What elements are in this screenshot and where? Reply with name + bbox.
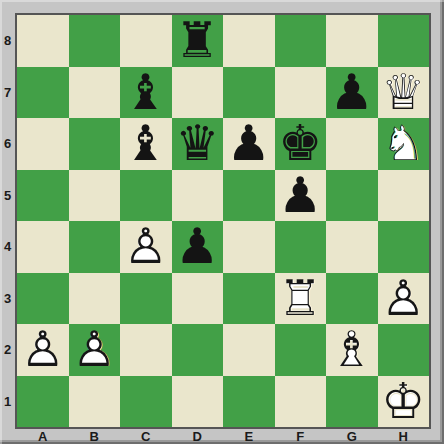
square-g4[interactable] xyxy=(326,221,378,273)
piece-black-rook[interactable]: ♜ xyxy=(172,15,224,67)
square-d3[interactable] xyxy=(172,273,224,325)
piece-black-pawn[interactable]: ♟ xyxy=(172,221,224,273)
piece-black-pawn[interactable]: ♟ xyxy=(275,170,327,222)
piece-black-king[interactable]: ♚ xyxy=(275,118,327,170)
square-a1[interactable] xyxy=(17,376,69,428)
square-h6[interactable]: ♞♘ xyxy=(378,118,430,170)
file-label-g: G xyxy=(326,429,378,444)
file-label-h: H xyxy=(378,429,430,444)
square-c8[interactable] xyxy=(120,15,172,67)
square-a5[interactable] xyxy=(17,170,69,222)
square-c2[interactable] xyxy=(120,324,172,376)
square-a4[interactable] xyxy=(17,221,69,273)
square-g3[interactable] xyxy=(326,273,378,325)
piece-white-king-fill: ♚ xyxy=(378,376,428,426)
rank-label-8: 8 xyxy=(0,15,15,67)
square-e8[interactable] xyxy=(223,15,275,67)
piece-white-pawn[interactable]: ♙ xyxy=(378,273,430,325)
square-d8[interactable]: ♜ xyxy=(172,15,224,67)
rank-label-2: 2 xyxy=(0,324,15,376)
square-g7[interactable]: ♟ xyxy=(326,67,378,119)
piece-white-queen[interactable]: ♕ xyxy=(378,67,430,119)
square-e2[interactable] xyxy=(223,324,275,376)
square-h8[interactable] xyxy=(378,15,430,67)
file-label-b: B xyxy=(69,429,121,444)
rank-label-3: 3 xyxy=(0,273,15,325)
chess-board: ♜♝♟♛♕♝♛♟♚♞♘♟♟♙♟♜♖♟♙♟♙♟♙♝♗♚♔ xyxy=(15,13,431,429)
board-frame: 87654321 ♜♝♟♛♕♝♛♟♚♞♘♟♟♙♟♜♖♟♙♟♙♟♙♝♗♚♔ ABC… xyxy=(0,0,444,444)
piece-black-pawn[interactable]: ♟ xyxy=(223,118,275,170)
square-f5[interactable]: ♟ xyxy=(275,170,327,222)
square-d6[interactable]: ♛ xyxy=(172,118,224,170)
square-e4[interactable] xyxy=(223,221,275,273)
rank-label-4: 4 xyxy=(0,221,15,273)
piece-white-pawn[interactable]: ♙ xyxy=(120,221,172,273)
piece-white-pawn-fill: ♟ xyxy=(378,273,428,323)
piece-white-pawn[interactable]: ♙ xyxy=(17,324,69,376)
file-label-e: E xyxy=(223,429,275,444)
piece-white-knight-fill: ♞ xyxy=(378,119,428,169)
square-e5[interactable] xyxy=(223,170,275,222)
square-a8[interactable] xyxy=(17,15,69,67)
file-label-d: D xyxy=(172,429,224,444)
square-f8[interactable] xyxy=(275,15,327,67)
square-b4[interactable] xyxy=(69,221,121,273)
rank-label-7: 7 xyxy=(0,67,15,119)
piece-white-pawn-fill: ♟ xyxy=(69,325,119,375)
square-b1[interactable] xyxy=(69,376,121,428)
square-h5[interactable] xyxy=(378,170,430,222)
piece-black-bishop[interactable]: ♝ xyxy=(120,67,172,119)
file-label-a: A xyxy=(17,429,69,444)
square-e7[interactable] xyxy=(223,67,275,119)
piece-white-pawn-fill: ♟ xyxy=(18,325,68,375)
square-d1[interactable] xyxy=(172,376,224,428)
rank-label-1: 1 xyxy=(0,376,15,428)
square-d7[interactable] xyxy=(172,67,224,119)
square-g2[interactable]: ♝♗ xyxy=(326,324,378,376)
piece-white-pawn-fill: ♟ xyxy=(121,222,171,272)
square-c3[interactable] xyxy=(120,273,172,325)
square-b7[interactable] xyxy=(69,67,121,119)
square-f3[interactable]: ♜♖ xyxy=(275,273,327,325)
square-g1[interactable] xyxy=(326,376,378,428)
square-a7[interactable] xyxy=(17,67,69,119)
piece-black-bishop[interactable]: ♝ xyxy=(120,118,172,170)
piece-white-king[interactable]: ♔ xyxy=(378,376,430,428)
piece-black-queen[interactable]: ♛ xyxy=(172,118,224,170)
piece-white-queen-fill: ♛ xyxy=(378,67,428,117)
square-b3[interactable] xyxy=(69,273,121,325)
square-f4[interactable] xyxy=(275,221,327,273)
square-b2[interactable]: ♟♙ xyxy=(69,324,121,376)
square-c1[interactable] xyxy=(120,376,172,428)
square-c5[interactable] xyxy=(120,170,172,222)
piece-white-rook-fill: ♜ xyxy=(275,273,325,323)
piece-white-bishop[interactable]: ♗ xyxy=(326,324,378,376)
file-label-f: F xyxy=(275,429,327,444)
square-g8[interactable] xyxy=(326,15,378,67)
square-g5[interactable] xyxy=(326,170,378,222)
piece-white-bishop-fill: ♝ xyxy=(327,325,377,375)
square-f1[interactable] xyxy=(275,376,327,428)
piece-white-pawn[interactable]: ♙ xyxy=(69,324,121,376)
square-b6[interactable] xyxy=(69,118,121,170)
square-a3[interactable] xyxy=(17,273,69,325)
square-b8[interactable] xyxy=(69,15,121,67)
square-h1[interactable]: ♚♔ xyxy=(378,376,430,428)
rank-label-6: 6 xyxy=(0,118,15,170)
square-h2[interactable] xyxy=(378,324,430,376)
square-d2[interactable] xyxy=(172,324,224,376)
square-e6[interactable]: ♟ xyxy=(223,118,275,170)
square-c4[interactable]: ♟♙ xyxy=(120,221,172,273)
rank-labels: 87654321 xyxy=(0,15,15,427)
square-f7[interactable] xyxy=(275,67,327,119)
rank-label-5: 5 xyxy=(0,170,15,222)
file-label-c: C xyxy=(120,429,172,444)
square-a2[interactable]: ♟♙ xyxy=(17,324,69,376)
piece-white-knight[interactable]: ♘ xyxy=(378,118,430,170)
square-g6[interactable] xyxy=(326,118,378,170)
file-labels: ABCDEFGH xyxy=(17,429,429,444)
square-e3[interactable] xyxy=(223,273,275,325)
square-d5[interactable] xyxy=(172,170,224,222)
square-b5[interactable] xyxy=(69,170,121,222)
square-h7[interactable]: ♛♕ xyxy=(378,67,430,119)
square-f2[interactable] xyxy=(275,324,327,376)
square-h3[interactable]: ♟♙ xyxy=(378,273,430,325)
square-f6[interactable]: ♚ xyxy=(275,118,327,170)
square-h4[interactable] xyxy=(378,221,430,273)
square-a6[interactable] xyxy=(17,118,69,170)
square-c7[interactable]: ♝ xyxy=(120,67,172,119)
square-c6[interactable]: ♝ xyxy=(120,118,172,170)
piece-white-rook[interactable]: ♖ xyxy=(275,273,327,325)
piece-black-pawn[interactable]: ♟ xyxy=(326,67,378,119)
square-e1[interactable] xyxy=(223,376,275,428)
square-d4[interactable]: ♟ xyxy=(172,221,224,273)
